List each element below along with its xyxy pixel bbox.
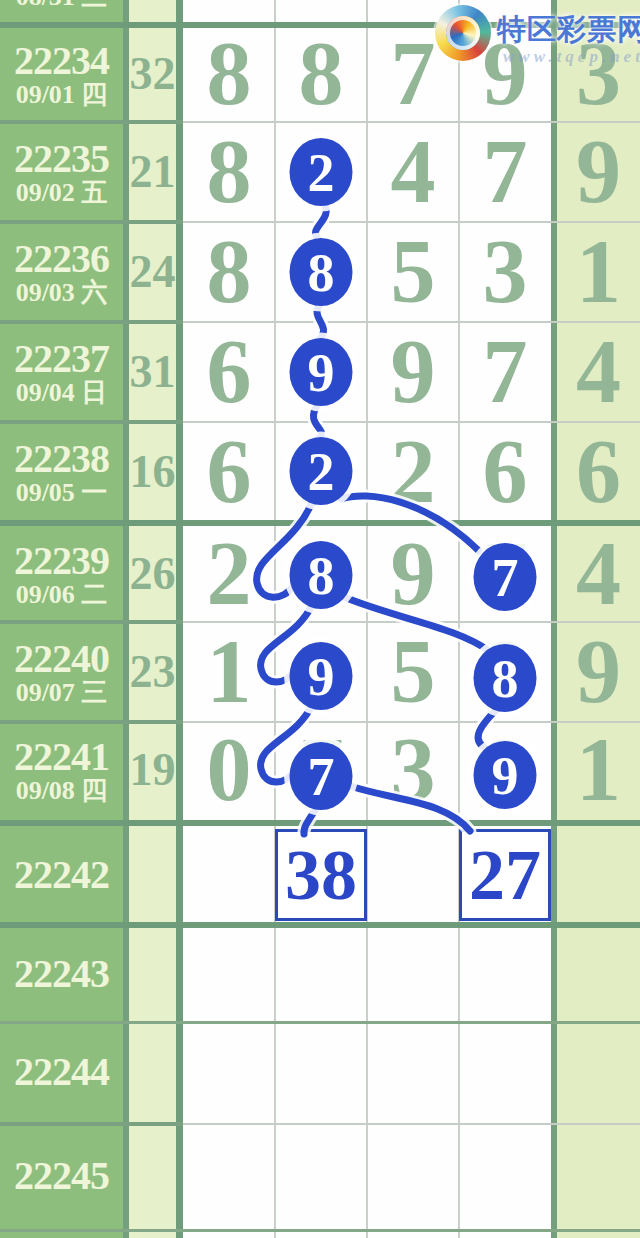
draw-date: 09/08 四 [16, 778, 108, 804]
period-number: 22244 [14, 1052, 109, 1092]
sum-value: 31 [130, 349, 176, 395]
digit-cell: 9 [391, 529, 436, 619]
digit-cell: 6 [207, 427, 252, 517]
period-number: 22236 [14, 239, 109, 279]
lottery-trend-chart: 08/31 三 22234 09/01 四 32 8 8 7 9 3 22235… [0, 0, 640, 1238]
site-logo-icon [435, 5, 491, 61]
draw-row: 22238 09/05 一 16 6 2 2 6 6 [0, 424, 640, 520]
digit-cell: 1 [207, 627, 252, 717]
group-border [0, 820, 640, 826]
period-number: 22234 [14, 41, 109, 81]
digit-cell: 8 [299, 29, 344, 119]
partial-previous-row: 08/31 三 [0, 0, 123, 22]
digit-cell: 7 [483, 529, 528, 619]
digit-cell: 9 [483, 725, 528, 815]
digit-cell: 3 [483, 227, 528, 317]
draw-row: 22241 09/08 四 19 0 7 3 9 1 [0, 724, 640, 816]
digit-cell: 4 [391, 127, 436, 217]
sum-value: 16 [130, 449, 176, 495]
digit-cell: 2 [391, 427, 436, 517]
digit-cell: 8 [299, 529, 344, 619]
digit-cell: 9 [299, 327, 344, 417]
period-number: 22242 [14, 855, 109, 895]
period-number: 22243 [14, 954, 109, 994]
site-logo[interactable]: 特区彩票网 www.tqcp.net [433, 2, 640, 68]
empty-row: 22243 [0, 928, 640, 1020]
sum-value: 26 [130, 551, 176, 597]
grid-line [183, 1123, 640, 1125]
period-number: 22237 [14, 339, 109, 379]
prediction-box: 38 [275, 829, 367, 921]
digit-cell: 5 [391, 627, 436, 717]
digit-cell: 2 [299, 427, 344, 517]
draw-date: 09/06 二 [16, 582, 108, 608]
site-watermark-url: www.tqcp.net [503, 47, 640, 67]
prediction-box: 27 [459, 829, 551, 921]
right-digit: 1 [576, 725, 621, 815]
right-digit: 4 [576, 529, 621, 619]
right-digit: 1 [576, 227, 621, 317]
sum-value: 19 [130, 747, 176, 793]
digit-cell: 6 [207, 327, 252, 417]
period-number: 22239 [14, 541, 109, 581]
sum-value: 24 [130, 249, 176, 295]
period-number: 22245 [14, 1156, 109, 1196]
draw-row: 22240 09/07 三 23 1 9 5 8 9 [0, 624, 640, 720]
draw-date: 09/05 一 [16, 480, 108, 506]
period-number: 22235 [14, 139, 109, 179]
digit-cell: 7 [299, 725, 344, 815]
digit-cell: 8 [207, 227, 252, 317]
digit-cell: 9 [299, 627, 344, 717]
sum-value: 23 [130, 649, 176, 695]
empty-row: 22244 [0, 1024, 640, 1120]
digit-cell: 7 [483, 327, 528, 417]
period-number: 22240 [14, 639, 109, 679]
draw-date: 09/01 四 [16, 82, 108, 108]
sum-value: 32 [130, 51, 176, 97]
prediction-row: 22242 38 27 [0, 828, 640, 922]
period-number: 22241 [14, 737, 109, 777]
right-digit: 4 [576, 327, 621, 417]
digit-cell: 2 [299, 127, 344, 217]
period-number: 22238 [14, 439, 109, 479]
digit-cell: 7 [483, 127, 528, 217]
digit-cell: 8 [207, 127, 252, 217]
draw-row: 22235 09/02 五 21 8 2 4 7 9 [0, 124, 640, 220]
right-digit: 9 [576, 127, 621, 217]
draw-row: 22239 09/06 二 26 2 8 9 7 4 [0, 528, 640, 620]
digit-cell: 8 [299, 227, 344, 317]
draw-date: 09/03 六 [16, 280, 108, 306]
digit-cell: 9 [391, 327, 436, 417]
draw-date: 09/04 日 [16, 380, 108, 406]
digit-cell: 7 [391, 29, 436, 119]
sum-value: 21 [130, 149, 176, 195]
draw-date: 09/07 三 [16, 680, 108, 706]
digit-cell: 8 [207, 29, 252, 119]
right-digit: 6 [576, 427, 621, 517]
draw-row: 22236 09/03 六 24 8 8 5 3 1 [0, 224, 640, 320]
empty-row: 22245 [0, 1126, 640, 1226]
site-logo-text: 特区彩票网 [497, 15, 640, 44]
digit-cell: 6 [483, 427, 528, 517]
right-digit: 9 [576, 627, 621, 717]
digit-cell: 2 [207, 529, 252, 619]
row-border [0, 1229, 640, 1232]
digit-cell: 0 [207, 725, 252, 815]
digit-cell: 8 [483, 627, 528, 717]
digit-cell: 3 [391, 725, 436, 815]
digit-cell: 5 [391, 227, 436, 317]
draw-row: 22237 09/04 日 31 6 9 9 7 4 [0, 324, 640, 420]
draw-date: 09/02 五 [16, 180, 108, 206]
